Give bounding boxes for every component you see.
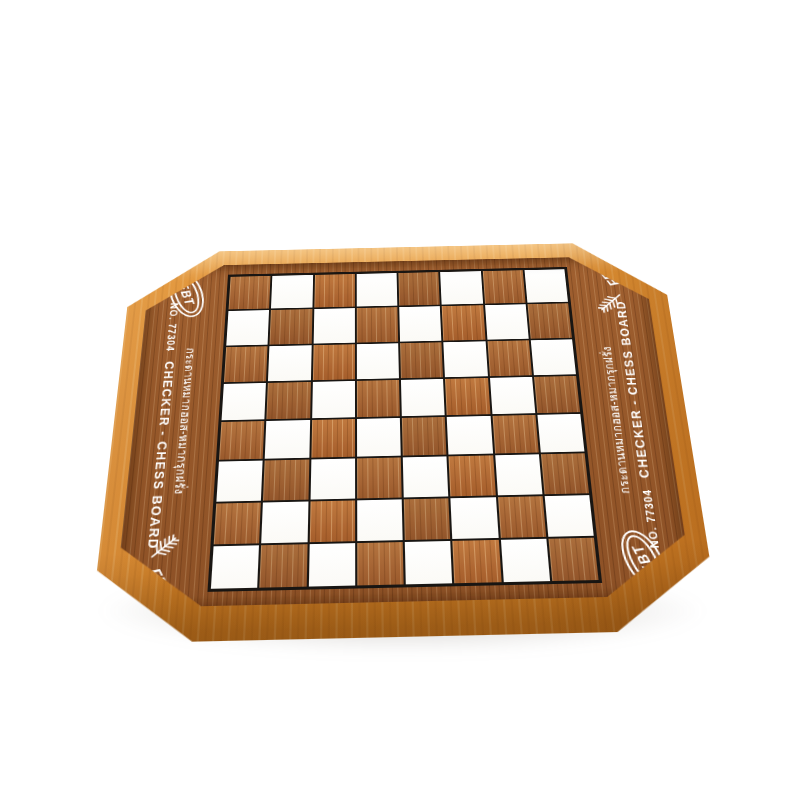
side-text-lines: กระดานหมากฮอส-หมากรุกฝรั่ง NO. 77304 CHE… <box>594 324 657 518</box>
square-e1 <box>405 541 453 585</box>
square-c8 <box>314 274 355 308</box>
square-d4 <box>357 418 401 457</box>
square-b1 <box>260 544 307 588</box>
square-f6 <box>444 341 488 377</box>
square-e5 <box>401 379 445 416</box>
square-g2 <box>498 496 546 538</box>
square-c4 <box>311 419 355 458</box>
square-e7 <box>399 306 441 341</box>
square-f3 <box>449 456 496 496</box>
square-e8 <box>398 272 440 306</box>
square-b5 <box>267 382 311 420</box>
square-d8 <box>356 273 397 307</box>
square-f7 <box>442 305 485 340</box>
square-a3 <box>216 461 262 501</box>
square-b8 <box>271 275 312 309</box>
square-c7 <box>313 308 355 343</box>
square-h5 <box>534 376 580 413</box>
square-g8 <box>482 270 525 304</box>
square-g5 <box>490 377 536 414</box>
square-d2 <box>357 499 403 541</box>
square-c3 <box>310 459 355 499</box>
square-f8 <box>440 271 482 305</box>
square-d1 <box>357 542 404 586</box>
square-c1 <box>308 543 355 587</box>
square-d3 <box>357 458 402 498</box>
square-a6 <box>224 346 268 382</box>
square-f4 <box>447 416 493 455</box>
wooden-tray-frame: FBT กระดานหมากฮอส-หมากรุกฝรั่ง NO. 77304… <box>89 241 722 644</box>
square-h6 <box>530 339 575 375</box>
square-h8 <box>524 269 568 303</box>
product-photo-background: FBT กระดานหมากฮอส-หมากรุกฝรั่ง NO. 77304… <box>0 0 800 800</box>
square-c6 <box>312 344 354 380</box>
square-d7 <box>357 307 399 342</box>
square-e2 <box>404 498 451 540</box>
square-a4 <box>219 421 265 460</box>
square-g3 <box>495 455 542 495</box>
square-d6 <box>357 343 399 379</box>
square-c2 <box>309 500 355 542</box>
square-g4 <box>492 415 538 454</box>
square-g6 <box>487 340 532 376</box>
square-e4 <box>402 417 447 456</box>
square-g7 <box>485 304 529 339</box>
square-a2 <box>214 502 261 544</box>
square-c5 <box>312 381 355 419</box>
checkerboard-grid <box>207 267 602 592</box>
square-h7 <box>527 303 572 338</box>
square-b3 <box>263 460 309 500</box>
square-e3 <box>403 457 449 497</box>
square-a8 <box>229 276 271 310</box>
square-h1 <box>548 537 598 581</box>
square-b7 <box>270 309 312 344</box>
square-a7 <box>226 310 269 345</box>
square-h2 <box>544 495 593 537</box>
square-h3 <box>541 453 589 493</box>
square-a1 <box>211 545 259 589</box>
square-d5 <box>357 380 400 417</box>
square-f1 <box>453 540 502 584</box>
square-g1 <box>500 539 549 583</box>
square-f5 <box>445 378 490 415</box>
square-e6 <box>400 342 443 378</box>
square-b2 <box>261 501 308 543</box>
printed-board-surface: FBT กระดานหมากฮอส-หมากรุกฝรั่ง NO. 77304… <box>114 256 693 609</box>
square-a5 <box>222 383 267 421</box>
square-f2 <box>451 497 499 539</box>
side-text-lines: กระดานหมากฮอส-หมากรุกฝรั่ง NO. 77304 CHE… <box>148 326 202 519</box>
square-b4 <box>265 420 310 459</box>
square-b6 <box>268 345 311 381</box>
wheat-sprig-icon <box>587 285 633 322</box>
square-h4 <box>537 414 584 453</box>
